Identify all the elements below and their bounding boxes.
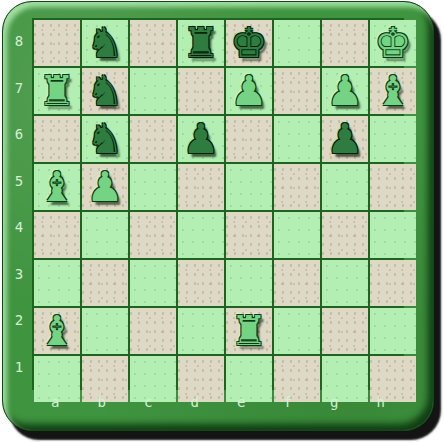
square-e6[interactable] [226,116,272,162]
file-label-a: a [32,390,79,414]
square-b2[interactable] [82,308,128,354]
square-a2[interactable]: ♝ [34,308,80,354]
square-f3[interactable] [274,260,320,306]
square-g4[interactable] [322,212,368,258]
piece-white-king-h8[interactable]: ♚ [370,20,416,66]
square-f5[interactable] [274,164,320,210]
square-g3[interactable] [322,260,368,306]
file-label-d: d [172,390,219,414]
square-b5[interactable]: ♟ [82,164,128,210]
square-c4[interactable] [130,212,176,258]
square-g8[interactable] [322,20,368,66]
square-h3[interactable] [370,260,416,306]
file-label-h: h [358,390,405,414]
square-e2[interactable]: ♜ [226,308,272,354]
square-e8[interactable]: ♚ [226,20,272,66]
piece-white-rook-a7[interactable]: ♜ [34,68,80,114]
square-h4[interactable] [370,212,416,258]
square-g2[interactable] [322,308,368,354]
piece-white-pawn-e7[interactable]: ♟ [226,68,272,114]
piece-white-bishop-a2[interactable]: ♝ [34,308,80,354]
piece-white-rook-e2[interactable]: ♜ [226,308,272,354]
square-b6[interactable]: ♞ [82,116,128,162]
file-label-f: f [265,390,312,414]
square-h5[interactable] [370,164,416,210]
square-c2[interactable] [130,308,176,354]
square-d7[interactable] [178,68,224,114]
rank-label-3: 3 [6,251,32,298]
rank-labels: 87654321 [6,18,32,390]
square-g6[interactable]: ♟ [322,116,368,162]
square-d4[interactable] [178,212,224,258]
piece-black-pawn-g6[interactable]: ♟ [322,116,368,162]
file-label-g: g [311,390,358,414]
piece-black-knight-b8[interactable]: ♞ [82,20,128,66]
square-b8[interactable]: ♞ [82,20,128,66]
rank-label-6: 6 [6,111,32,158]
file-labels: abcdefgh [32,390,404,414]
square-g5[interactable] [322,164,368,210]
rank-label-8: 8 [6,18,32,65]
piece-white-pawn-g7[interactable]: ♟ [322,68,368,114]
file-label-b: b [79,390,126,414]
rank-label-7: 7 [6,65,32,112]
square-d2[interactable] [178,308,224,354]
square-f7[interactable] [274,68,320,114]
piece-white-pawn-b5[interactable]: ♟ [82,164,128,210]
square-e7[interactable]: ♟ [226,68,272,114]
square-c3[interactable] [130,260,176,306]
piece-black-rook-d8[interactable]: ♜ [178,20,224,66]
square-f6[interactable] [274,116,320,162]
square-a6[interactable] [34,116,80,162]
square-e4[interactable] [226,212,272,258]
square-c7[interactable] [130,68,176,114]
square-h8[interactable]: ♚ [370,20,416,66]
square-a8[interactable] [34,20,80,66]
square-a5[interactable]: ♝ [34,164,80,210]
file-label-c: c [125,390,172,414]
square-g7[interactable]: ♟ [322,68,368,114]
piece-black-knight-b6[interactable]: ♞ [82,116,128,162]
square-a3[interactable] [34,260,80,306]
square-c8[interactable] [130,20,176,66]
square-d8[interactable]: ♜ [178,20,224,66]
square-d3[interactable] [178,260,224,306]
square-e3[interactable] [226,260,272,306]
square-h2[interactable] [370,308,416,354]
square-h7[interactable]: ♝ [370,68,416,114]
piece-black-pawn-d6[interactable]: ♟ [178,116,224,162]
piece-white-bishop-a5[interactable]: ♝ [34,164,80,210]
square-e5[interactable] [226,164,272,210]
rank-label-4: 4 [6,204,32,251]
square-c6[interactable] [130,116,176,162]
rank-label-5: 5 [6,158,32,205]
square-b4[interactable] [82,212,128,258]
piece-white-bishop-h7[interactable]: ♝ [370,68,416,114]
square-d6[interactable]: ♟ [178,116,224,162]
rank-label-2: 2 [6,297,32,344]
square-c5[interactable] [130,164,176,210]
square-f4[interactable] [274,212,320,258]
square-b3[interactable] [82,260,128,306]
square-f8[interactable] [274,20,320,66]
square-a4[interactable] [34,212,80,258]
chess-board[interactable]: ♞♜♚♚♜♞♟♟♝♞♟♟♝♟♝♜ [32,18,404,390]
square-b7[interactable]: ♞ [82,68,128,114]
rank-label-1: 1 [6,344,32,391]
piece-black-king-e8[interactable]: ♚ [226,20,272,66]
piece-black-knight-b7[interactable]: ♞ [82,68,128,114]
file-label-e: e [218,390,265,414]
board-frame: 87654321 ♞♜♚♚♜♞♟♟♝♞♟♟♝♟♝♜ abcdefgh [2,1,434,431]
square-h6[interactable] [370,116,416,162]
square-a7[interactable]: ♜ [34,68,80,114]
square-d5[interactable] [178,164,224,210]
square-f2[interactable] [274,308,320,354]
